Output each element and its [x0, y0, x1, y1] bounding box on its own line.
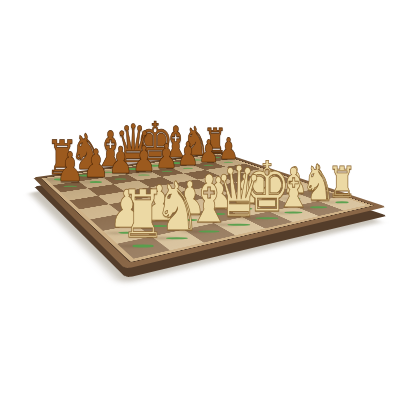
chess-set-photo: ♜♞♝♛♚♝♞♜♟♟♟♟♟♟♟♟♟♟♟♟♟♟♟♟♜♞♝♛♚♝♞♜ [0, 0, 400, 400]
piece-glyph: ♜ [121, 184, 166, 247]
piece-glyph: ♟ [132, 142, 156, 176]
black-pawn-a7: ♟ [56, 157, 84, 186]
piece-glyph: ♟ [108, 144, 133, 179]
black-pawn-d7: ♟ [132, 150, 156, 175]
black-pawn-b7: ♟ [83, 155, 109, 183]
piece-glyph: ♟ [56, 148, 84, 187]
black-pawn-c7: ♟ [108, 153, 133, 180]
piece-glyph: ♟ [83, 146, 109, 183]
white-rook-a1: ♜ [121, 200, 166, 248]
